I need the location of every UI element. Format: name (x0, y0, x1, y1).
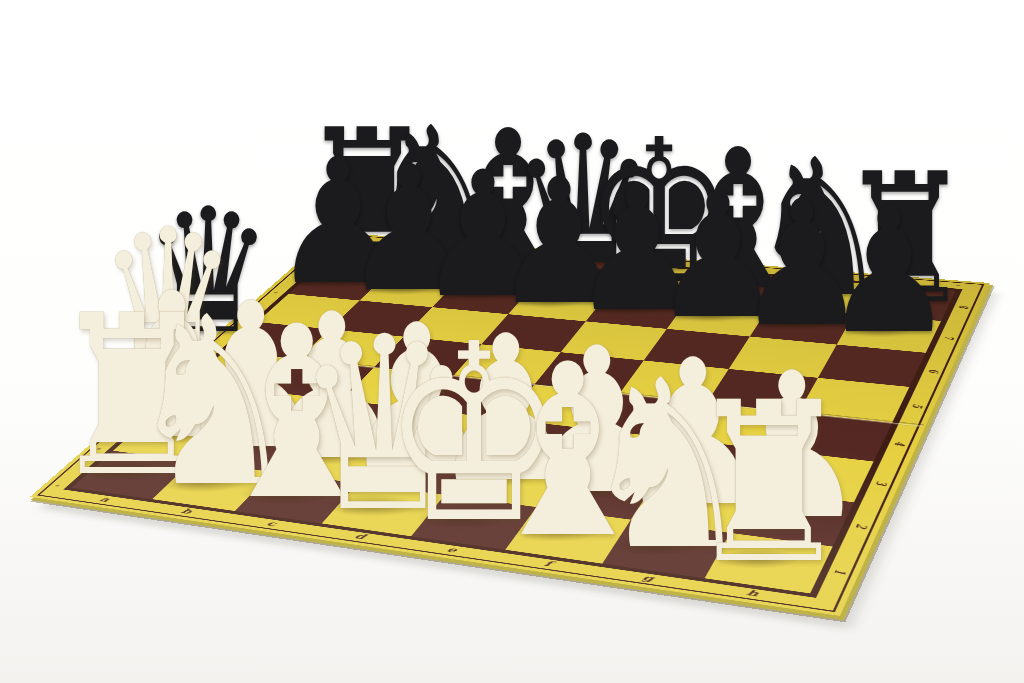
piece-white-rook-h1[interactable]: ♜ (686, 374, 852, 595)
chess-set-photo-scene: abcdefgh12345678 ♜♞♝♛♚♝♞♜♟♟♟♟♟♟♟♟♟♟♟♟♟♟♟… (0, 0, 1024, 683)
pieces-layer: ♜♞♝♛♚♝♞♜♟♟♟♟♟♟♟♟♟♟♟♟♟♟♟♟♜♞♝♛♚♝♞♜♛♛ (0, 0, 1024, 683)
